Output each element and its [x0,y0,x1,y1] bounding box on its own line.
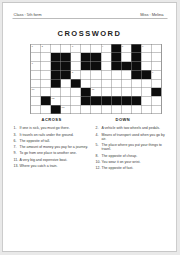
clue-item-text: It travels on rails under the ground. [20,132,89,136]
crossword-grid: 12345678910111213 [31,44,162,114]
blocked-cell [91,53,101,61]
grid-cell[interactable] [141,62,151,70]
grid-cell[interactable] [61,88,71,96]
grid-cell[interactable] [81,71,91,79]
grid-cell[interactable] [81,45,91,53]
grid-cell[interactable] [61,79,71,87]
blocked-cell [111,53,121,61]
grid-cell[interactable]: 5 [121,45,131,53]
grid-cell[interactable] [101,71,111,79]
grid-cell[interactable] [101,79,111,87]
grid-cell[interactable] [101,53,111,61]
header-divider [13,19,168,20]
grid-cell[interactable] [141,79,151,87]
down-clue: 10.You wear it on your wrist. [96,160,170,164]
grid-cell[interactable] [101,105,111,113]
grid-cell[interactable]: 8 [71,71,81,79]
grid-cell[interactable] [151,53,161,61]
grid-cell[interactable] [31,79,41,87]
blocked-cell [61,53,71,61]
blocked-cell [81,53,91,61]
grid-cell[interactable]: 10 [31,88,41,96]
clue-item-text: Means of transport used when you go by a… [102,132,170,141]
grid-cell[interactable]: 7 [31,62,41,70]
blocked-cell [151,88,161,96]
grid-cell[interactable] [81,79,91,87]
clue-number: 8 [72,71,73,74]
grid-cell[interactable]: 13 [61,105,71,113]
clue-item-text: You wear it on your wrist. [102,160,170,164]
clue-number: 11 [92,88,95,91]
blocked-cell [91,62,101,70]
grid-cell[interactable] [41,71,51,79]
blocked-cell [61,71,71,79]
blocked-cell [111,97,121,105]
clue-number: 1 [32,45,33,48]
blocked-cell [81,62,91,70]
grid-cell[interactable] [151,45,161,53]
grid-cell[interactable] [111,105,121,113]
clue-item-text: The amount of money you pay for a journe… [20,145,89,149]
blocked-cell [131,53,141,61]
grid-cell[interactable] [91,105,101,113]
grid-cell[interactable] [41,53,51,61]
across-clue: 1.If one is sick, you must go there. [14,126,89,130]
class-field: Class : 5th form [14,12,42,17]
grid-cell[interactable] [121,53,131,61]
down-clue: 12.The opposite of fast. [96,166,170,170]
across-clue: 13.Where you catch a train. [14,164,89,168]
grid-cell[interactable] [51,88,61,96]
clue-number: 7 [32,62,33,65]
clue-number: 13 [62,105,65,108]
grid-cell[interactable] [131,88,141,96]
clue-item-text: A very big and expensive boat. [20,157,89,161]
grid-cell[interactable]: 11 [91,88,101,96]
grid-cell[interactable]: 6 [141,45,151,53]
grid-cell[interactable] [91,79,101,87]
grid-cell[interactable] [141,97,151,105]
blocked-cell [101,97,111,105]
blocked-cell [51,79,61,87]
across-clue: 9.To go from one place to another one. [14,151,89,155]
blocked-cell [81,88,91,96]
grid-cell[interactable]: 9 [151,71,161,79]
down-clue: 2.A vehicle with two wheels and pedals. [96,126,170,130]
down-clue: 5.The place where you put your things to… [96,143,170,152]
grid-cell[interactable] [141,88,151,96]
grid-cell[interactable]: 12 [51,97,61,105]
blocked-cell [51,105,61,113]
blocked-cell [81,97,91,105]
blocked-cell [111,62,121,70]
blocked-cell [51,53,61,61]
blocked-cell [141,71,151,79]
clue-item-text: The place where you put your things to t… [102,143,170,152]
clue-number: 3 [72,45,73,48]
clue-item-text: The opposite of fast. [102,166,170,170]
grid-cell[interactable] [141,53,151,61]
blocked-cell [61,62,71,70]
grid-cell[interactable] [121,88,131,96]
grid-cell[interactable]: 4 [101,45,111,53]
blocked-cell [91,97,101,105]
grid-cell[interactable] [141,105,151,113]
blocked-cell [121,97,131,105]
grid-cell[interactable] [41,105,51,113]
grid-cell[interactable] [121,71,131,79]
grid-cell[interactable] [31,97,41,105]
grid-cell[interactable] [121,105,131,113]
clue-number: 5 [122,45,123,48]
clue-item-text: Where you catch a train. [20,164,89,168]
grid-cell[interactable] [71,62,81,70]
grid-cell[interactable] [151,79,161,87]
clue-item-text: If one is sick, you must go there. [20,126,89,130]
grid-cell[interactable] [31,71,41,79]
blocked-cell [131,71,141,79]
grid-cell[interactable] [81,105,91,113]
blocked-cell [131,45,141,53]
grid-cell[interactable] [111,79,121,87]
blocked-cell [131,62,141,70]
worksheet-page: Class : 5th form Miss : Melina CROSSWORD… [2,3,177,252]
grid-cell[interactable] [51,45,61,53]
blocked-cell [41,97,51,105]
blocked-cell [71,79,81,87]
grid-cell[interactable]: 2 [41,45,51,53]
grid-cell[interactable] [121,79,131,87]
clue-item-text: To go from one place to another one. [20,151,89,155]
grid-cell[interactable] [91,45,101,53]
grid-cell[interactable] [31,53,41,61]
clue-number: 6 [142,45,143,48]
teacher-field: Miss : Melina [140,12,163,17]
blocked-cell [51,71,61,79]
across-clues-list: 1.If one is sick, you must go there.3.It… [14,126,89,170]
clue-number: 9 [152,71,153,74]
grid-cell[interactable] [41,79,51,87]
clue-number: 2 [42,45,43,48]
clue-number: 10 [32,88,35,91]
across-section-label: ACROSS [42,117,62,122]
grid-cell[interactable] [111,88,121,96]
grid-cell[interactable] [71,88,81,96]
grid-cell[interactable] [151,97,161,105]
grid-cell[interactable] [131,105,141,113]
down-clue: 8.The opposite of cheap. [96,153,170,157]
clue-item-text: The opposite of cheap. [102,153,170,157]
down-clues-list: 2.A vehicle with two wheels and pedals.4… [96,126,170,172]
grid-cell[interactable] [151,62,161,70]
grid-cell[interactable]: 1 [31,45,41,53]
across-clue: 11.A very big and expensive boat. [14,157,89,161]
blocked-cell [111,45,121,53]
blocked-cell [131,97,141,105]
blocked-cell [51,62,61,70]
grid-cell[interactable] [131,79,141,87]
grid-cell[interactable] [71,105,81,113]
clue-item-text: The opposite of tall. [20,139,89,143]
grid-cell[interactable] [41,62,51,70]
across-clue: 6.The opposite of tall. [14,139,89,143]
clue-item-text: A vehicle with two wheels and pedals. [102,126,170,130]
page-title: CROSSWORD [3,29,177,38]
clue-number: 12 [52,97,55,100]
worksheet-scaler: Class : 5th form Miss : Melina CROSSWORD… [0,0,180,255]
across-clue: 3.It travels on rails under the ground. [14,132,89,136]
grid-cell[interactable] [41,88,51,96]
down-clue: 4.Means of transport used when you go by… [96,132,170,141]
grid-cell[interactable] [91,71,101,79]
grid-cell[interactable] [71,53,81,61]
blocked-cell [121,62,131,70]
grid-cell[interactable] [101,88,111,96]
grid-cell[interactable] [31,105,41,113]
grid-cell[interactable] [101,62,111,70]
grid-cell[interactable] [151,105,161,113]
down-section-label: DOWN [116,117,131,122]
grid-cell[interactable]: 3 [71,45,81,53]
clue-number: 4 [102,45,103,48]
grid-cell[interactable] [61,97,71,105]
grid-cell[interactable] [61,45,71,53]
grid-cell[interactable] [111,71,121,79]
across-clue: 7.The amount of money you pay for a jour… [14,145,89,149]
grid-cell[interactable] [71,97,81,105]
